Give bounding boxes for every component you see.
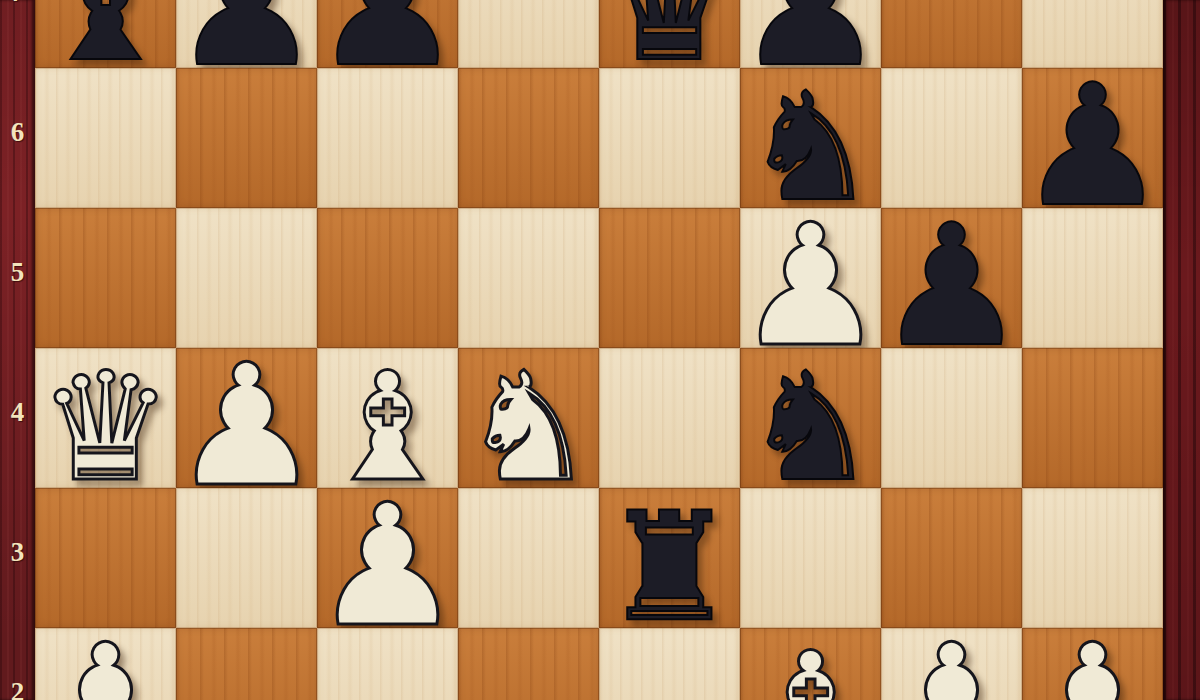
board-area: ♝♟♟♛♟♞♟♟♟♛♟♝♞♞♟♜♟♝♟♟	[35, 0, 1163, 700]
white-pawn-b4: ♟	[171, 342, 322, 510]
white-pawn-h2: ♟	[1017, 622, 1163, 700]
square-e7[interactable]: ♛	[599, 0, 740, 68]
square-g5[interactable]: ♟	[881, 208, 1022, 348]
square-d2[interactable]	[458, 628, 599, 700]
square-c4[interactable]: ♝	[317, 348, 458, 488]
square-f6[interactable]: ♞	[740, 68, 881, 208]
square-d4[interactable]: ♞	[458, 348, 599, 488]
square-b2[interactable]	[176, 628, 317, 700]
square-d3[interactable]	[458, 488, 599, 628]
rank-label-2: 2	[0, 622, 35, 700]
square-a7[interactable]: ♝	[35, 0, 176, 68]
white-queen-a4: ♛	[38, 352, 172, 502]
board-left-border: 765432	[0, 0, 35, 700]
square-f2[interactable]: ♝	[740, 628, 881, 700]
square-g4[interactable]	[881, 348, 1022, 488]
square-c2[interactable]	[317, 628, 458, 700]
rank-label-5: 5	[0, 202, 35, 342]
rank-label-3: 3	[0, 482, 35, 622]
rank-label-7: 7	[0, 0, 35, 62]
white-bishop-f2: ♝	[743, 632, 877, 700]
board-grid: ♝♟♟♛♟♞♟♟♟♛♟♝♞♞♟♜♟♝♟♟	[35, 0, 1163, 700]
square-d5[interactable]	[458, 208, 599, 348]
square-d7[interactable]	[458, 0, 599, 68]
square-d6[interactable]	[458, 68, 599, 208]
square-h3[interactable]	[1022, 488, 1163, 628]
square-h2[interactable]: ♟	[1022, 628, 1163, 700]
black-pawn-g5: ♟	[876, 202, 1027, 370]
black-pawn-h6: ♟	[1017, 62, 1163, 230]
square-a2[interactable]: ♟	[35, 628, 176, 700]
square-a5[interactable]	[35, 208, 176, 348]
square-h6[interactable]: ♟	[1022, 68, 1163, 208]
chess-diagram: ♝♟♟♛♟♞♟♟♟♛♟♝♞♞♟♜♟♝♟♟ 765432	[0, 0, 1200, 700]
square-c6[interactable]	[317, 68, 458, 208]
black-knight-f4: ♞	[743, 352, 877, 502]
board-right-border	[1163, 0, 1200, 700]
square-h5[interactable]	[1022, 208, 1163, 348]
square-g6[interactable]	[881, 68, 1022, 208]
square-e6[interactable]	[599, 68, 740, 208]
square-c7[interactable]: ♟	[317, 0, 458, 68]
square-f5[interactable]: ♟	[740, 208, 881, 348]
square-g2[interactable]: ♟	[881, 628, 1022, 700]
square-a3[interactable]	[35, 488, 176, 628]
square-e5[interactable]	[599, 208, 740, 348]
square-e2[interactable]	[599, 628, 740, 700]
square-g7[interactable]	[881, 0, 1022, 68]
square-f7[interactable]: ♟	[740, 0, 881, 68]
square-b4[interactable]: ♟	[176, 348, 317, 488]
square-e3[interactable]: ♜	[599, 488, 740, 628]
square-c3[interactable]: ♟	[317, 488, 458, 628]
square-b3[interactable]	[176, 488, 317, 628]
square-g3[interactable]	[881, 488, 1022, 628]
white-pawn-c3: ♟	[312, 482, 463, 650]
square-a6[interactable]	[35, 68, 176, 208]
square-b7[interactable]: ♟	[176, 0, 317, 68]
square-f3[interactable]	[740, 488, 881, 628]
square-a4[interactable]: ♛	[35, 348, 176, 488]
square-h4[interactable]	[1022, 348, 1163, 488]
white-pawn-a2: ♟	[35, 622, 181, 700]
black-rook-e3: ♜	[602, 492, 736, 642]
white-knight-d4: ♞	[461, 352, 595, 502]
square-b5[interactable]	[176, 208, 317, 348]
square-c5[interactable]	[317, 208, 458, 348]
square-b6[interactable]	[176, 68, 317, 208]
square-f4[interactable]: ♞	[740, 348, 881, 488]
square-e4[interactable]	[599, 348, 740, 488]
rank-label-4: 4	[0, 342, 35, 482]
rank-label-6: 6	[0, 62, 35, 202]
white-pawn-g2: ♟	[876, 622, 1027, 700]
